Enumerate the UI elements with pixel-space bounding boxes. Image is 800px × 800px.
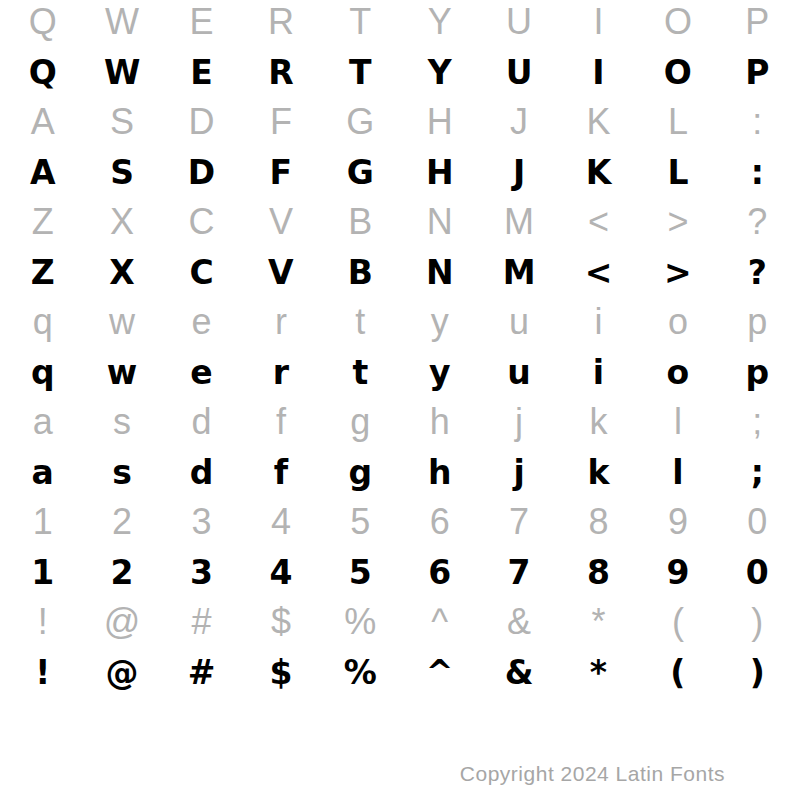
- glyph-cell: *: [559, 644, 638, 700]
- glyph-cell: o: [638, 344, 717, 400]
- glyph-cell: q: [3, 300, 82, 344]
- glyph-cell: @: [82, 644, 161, 700]
- glyph-cell: B: [321, 244, 400, 300]
- char-row-5-black: ZXCVBNM<>?: [3, 244, 797, 300]
- glyph-cell: o: [638, 300, 717, 344]
- glyph-cell: D: [162, 144, 241, 200]
- glyph-cell: a: [3, 400, 82, 444]
- glyph-cell: f: [241, 444, 320, 500]
- glyph-cell: E: [162, 0, 241, 44]
- glyph-cell: s: [82, 444, 161, 500]
- glyph-cell: Y: [400, 44, 479, 100]
- glyph-cell: 7: [479, 544, 558, 600]
- glyph-cell: 4: [241, 544, 320, 600]
- glyph-cell: M: [479, 200, 558, 244]
- glyph-cell: 8: [559, 500, 638, 544]
- font-specimen-sheet: QWERTYUIOPQWERTYUIOPASDFGHJKL:ASDFGHJKL:…: [0, 0, 800, 800]
- glyph-cell: X: [82, 200, 161, 244]
- glyph-cell: g: [321, 400, 400, 444]
- glyph-cell: A: [3, 144, 82, 200]
- glyph-cell: u: [479, 344, 558, 400]
- glyph-cell: U: [479, 0, 558, 44]
- glyph-cell: #: [162, 644, 241, 700]
- char-row-7-black: qwertyuiop: [3, 344, 797, 400]
- char-row-9-black: asdfghjkl;: [3, 444, 797, 500]
- char-row-1-black: QWERTYUIOP: [3, 44, 797, 100]
- glyph-cell: H: [400, 144, 479, 200]
- glyph-cell: 6: [400, 544, 479, 600]
- glyph-cell: @: [82, 600, 161, 644]
- glyph-cell: 2: [82, 500, 161, 544]
- glyph-cell: O: [638, 0, 717, 44]
- glyph-cell: e: [162, 300, 241, 344]
- glyph-cell: (: [638, 644, 717, 700]
- glyph-cell: ?: [718, 244, 797, 300]
- glyph-cell: I: [559, 44, 638, 100]
- glyph-cell: w: [82, 344, 161, 400]
- glyph-cell: N: [400, 200, 479, 244]
- glyph-cell: &: [479, 600, 558, 644]
- glyph-cell: P: [718, 0, 797, 44]
- glyph-cell: L: [638, 100, 717, 144]
- glyph-cell: T: [321, 44, 400, 100]
- glyph-cell: u: [479, 300, 558, 344]
- glyph-cell: (: [638, 600, 717, 644]
- glyph-cell: 1: [3, 544, 82, 600]
- glyph-cell: D: [162, 100, 241, 144]
- glyph-cell: r: [241, 344, 320, 400]
- glyph-cell: %: [321, 600, 400, 644]
- glyph-cell: 7: [479, 500, 558, 544]
- glyph-cell: w: [82, 300, 161, 344]
- glyph-cell: P: [718, 44, 797, 100]
- glyph-cell: 3: [162, 544, 241, 600]
- glyph-cell: ?: [718, 200, 797, 244]
- glyph-cell: :: [718, 100, 797, 144]
- glyph-cell: s: [82, 400, 161, 444]
- char-row-12-gray: !@#$%^&*(): [3, 600, 797, 644]
- glyph-cell: I: [559, 0, 638, 44]
- glyph-cell: 6: [400, 500, 479, 544]
- glyph-cell: %: [321, 644, 400, 700]
- glyph-cell: K: [559, 100, 638, 144]
- char-row-13-black: !@#$%^&*(): [3, 644, 797, 700]
- glyph-cell: 8: [559, 544, 638, 600]
- glyph-cell: j: [479, 400, 558, 444]
- glyph-cell: $: [241, 644, 320, 700]
- glyph-cell: U: [479, 44, 558, 100]
- glyph-cell: 9: [638, 544, 717, 600]
- glyph-cell: C: [162, 200, 241, 244]
- glyph-cell: R: [241, 0, 320, 44]
- char-row-4-gray: ZXCVBNM<>?: [3, 200, 797, 244]
- glyph-cell: q: [3, 344, 82, 400]
- char-row-11-black: 1234567890: [3, 544, 797, 600]
- glyph-cell: 9: [638, 500, 717, 544]
- glyph-cell: J: [479, 144, 558, 200]
- glyph-cell: F: [241, 144, 320, 200]
- glyph-cell: 0: [718, 544, 797, 600]
- glyph-cell: 2: [82, 544, 161, 600]
- glyph-cell: O: [638, 44, 717, 100]
- glyph-cell: ): [718, 600, 797, 644]
- glyph-cell: H: [400, 100, 479, 144]
- glyph-cell: <: [559, 200, 638, 244]
- char-row-6-gray: qwertyuiop: [3, 300, 797, 344]
- glyph-cell: #: [162, 600, 241, 644]
- glyph-cell: C: [162, 244, 241, 300]
- glyph-cell: 3: [162, 500, 241, 544]
- glyph-cell: e: [162, 344, 241, 400]
- glyph-cell: &: [479, 644, 558, 700]
- glyph-cell: Q: [3, 44, 82, 100]
- glyph-cell: K: [559, 144, 638, 200]
- char-row-2-gray: ASDFGHJKL:: [3, 100, 797, 144]
- glyph-cell: F: [241, 100, 320, 144]
- glyph-cell: 0: [718, 500, 797, 544]
- glyph-cell: t: [321, 300, 400, 344]
- glyph-cell: i: [559, 344, 638, 400]
- glyph-cell: Z: [3, 244, 82, 300]
- glyph-cell: k: [559, 400, 638, 444]
- character-grid: QWERTYUIOPQWERTYUIOPASDFGHJKL:ASDFGHJKL:…: [0, 0, 800, 700]
- glyph-cell: >: [638, 244, 717, 300]
- glyph-cell: W: [82, 0, 161, 44]
- glyph-cell: d: [162, 444, 241, 500]
- glyph-cell: S: [82, 144, 161, 200]
- glyph-cell: A: [3, 100, 82, 144]
- glyph-cell: f: [241, 400, 320, 444]
- copyright-text: Copyright 2024 Latin Fonts: [460, 762, 725, 786]
- glyph-cell: B: [321, 200, 400, 244]
- glyph-cell: !: [3, 644, 82, 700]
- glyph-cell: S: [82, 100, 161, 144]
- glyph-cell: ;: [718, 444, 797, 500]
- glyph-cell: V: [241, 200, 320, 244]
- glyph-cell: T: [321, 0, 400, 44]
- glyph-cell: <: [559, 244, 638, 300]
- glyph-cell: G: [321, 100, 400, 144]
- glyph-cell: G: [321, 144, 400, 200]
- char-row-0-gray: QWERTYUIOP: [3, 0, 797, 44]
- glyph-cell: l: [638, 444, 717, 500]
- glyph-cell: V: [241, 244, 320, 300]
- char-row-8-gray: asdfghjkl;: [3, 400, 797, 444]
- glyph-cell: y: [400, 300, 479, 344]
- glyph-cell: ^: [400, 644, 479, 700]
- glyph-cell: h: [400, 444, 479, 500]
- glyph-cell: E: [162, 44, 241, 100]
- glyph-cell: i: [559, 300, 638, 344]
- glyph-cell: t: [321, 344, 400, 400]
- glyph-cell: Q: [3, 0, 82, 44]
- glyph-cell: N: [400, 244, 479, 300]
- glyph-cell: d: [162, 400, 241, 444]
- glyph-cell: >: [638, 200, 717, 244]
- glyph-cell: J: [479, 100, 558, 144]
- glyph-cell: p: [718, 300, 797, 344]
- glyph-cell: $: [241, 600, 320, 644]
- glyph-cell: a: [3, 444, 82, 500]
- glyph-cell: X: [82, 244, 161, 300]
- glyph-cell: y: [400, 344, 479, 400]
- char-row-10-gray: 1234567890: [3, 500, 797, 544]
- glyph-cell: l: [638, 400, 717, 444]
- glyph-cell: ^: [400, 600, 479, 644]
- glyph-cell: *: [559, 600, 638, 644]
- glyph-cell: h: [400, 400, 479, 444]
- glyph-cell: L: [638, 144, 717, 200]
- glyph-cell: ;: [718, 400, 797, 444]
- glyph-cell: 1: [3, 500, 82, 544]
- glyph-cell: r: [241, 300, 320, 344]
- glyph-cell: Y: [400, 0, 479, 44]
- glyph-cell: p: [718, 344, 797, 400]
- glyph-cell: 5: [321, 544, 400, 600]
- glyph-cell: 4: [241, 500, 320, 544]
- glyph-cell: k: [559, 444, 638, 500]
- glyph-cell: W: [82, 44, 161, 100]
- char-row-3-black: ASDFGHJKL:: [3, 144, 797, 200]
- glyph-cell: g: [321, 444, 400, 500]
- glyph-cell: Z: [3, 200, 82, 244]
- glyph-cell: ): [718, 644, 797, 700]
- glyph-cell: j: [479, 444, 558, 500]
- glyph-cell: R: [241, 44, 320, 100]
- glyph-cell: !: [3, 600, 82, 644]
- glyph-cell: 5: [321, 500, 400, 544]
- glyph-cell: M: [479, 244, 558, 300]
- glyph-cell: :: [718, 144, 797, 200]
